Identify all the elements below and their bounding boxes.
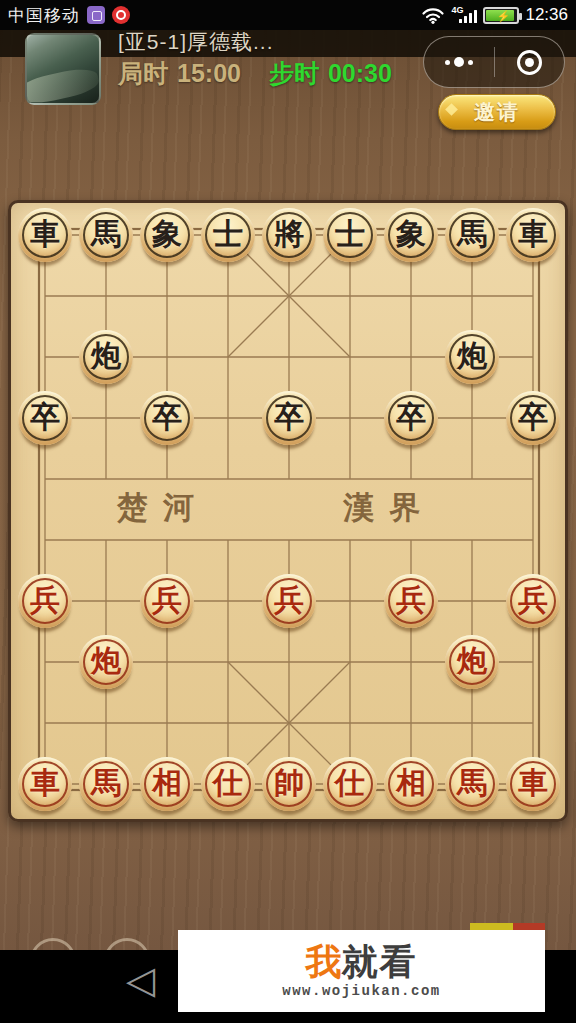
board-cell-r5c4[interactable] [259,510,320,571]
piece-black-soldier[interactable]: 卒 [140,391,194,445]
watermark-brand-rest: 就看 [342,944,418,980]
piece-glyph: 兵 [518,585,548,615]
board-cell-r6c7[interactable] [442,571,503,632]
board-cell-r4c6[interactable] [381,449,442,510]
board-cell-r6c8[interactable]: 兵 [503,571,564,632]
piece-glyph: 相 [152,768,182,798]
board-cell-r0c8[interactable]: 車 [503,205,564,266]
status-time: 12:36 [525,5,568,25]
board-cell-r9c7[interactable]: 馬 [442,754,503,815]
piece-black-soldier[interactable]: 卒 [384,391,438,445]
board-cell-r8c8[interactable] [503,693,564,754]
round-time-value: 15:00 [177,59,241,88]
seat-circle-right[interactable] [104,938,150,950]
board-cell-r5c5[interactable] [320,510,381,571]
board-cell-r5c2[interactable] [137,510,198,571]
board-cell-r0c4[interactable]: 將 [259,205,320,266]
board-cell-r0c3[interactable]: 士 [198,205,259,266]
piece-red-advisor[interactable]: 仕 [201,757,255,811]
piece-black-cannon[interactable]: 炮 [445,330,499,384]
board-cell-r7c5[interactable] [320,632,381,693]
exit-target-icon [517,50,542,75]
move-time-label: 步时 [269,57,319,90]
board-cell-r3c4[interactable]: 卒 [259,388,320,449]
piece-red-soldier[interactable]: 兵 [18,574,72,628]
piece-black-horse[interactable]: 馬 [79,208,133,262]
board-cell-r0c1[interactable]: 馬 [76,205,137,266]
board-cell-r9c5[interactable]: 仕 [320,754,381,815]
board-cell-r3c2[interactable]: 卒 [137,388,198,449]
piece-glyph: 仕 [213,768,243,798]
piece-glyph: 帥 [274,768,304,798]
watermark-brand: 我 就看 [306,944,418,980]
piece-red-soldier[interactable]: 兵 [262,574,316,628]
piece-glyph: 卒 [152,402,182,432]
piece-glyph: 車 [518,219,548,249]
board-cell-r9c6[interactable]: 相 [381,754,442,815]
invite-button[interactable]: 邀请 [438,94,556,130]
board-cell-r7c4[interactable] [259,632,320,693]
board-cell-r0c2[interactable]: 象 [137,205,198,266]
board-cell-r9c8[interactable]: 車 [503,754,564,815]
board-cell-r4c3[interactable] [198,449,259,510]
board-cell-r8c1[interactable] [76,693,137,754]
timers-row: 局时 15:00 步时 00:30 [118,57,392,90]
board-cell-r2c3[interactable] [198,327,259,388]
piece-black-cannon[interactable]: 炮 [79,330,133,384]
phone-screen: 中国移动 4G ⚡ 12:36 [亚5-1]厚德载... 局时 [0,0,576,1023]
piece-black-elephant[interactable]: 象 [140,208,194,262]
board-cell-r4c4[interactable] [259,449,320,510]
board-cell-r6c5[interactable] [320,571,381,632]
piece-glyph: 象 [396,219,426,249]
board-cell-r6c3[interactable] [198,571,259,632]
seat-circle-left[interactable] [30,938,76,950]
board-cell-r3c5[interactable] [320,388,381,449]
round-time-label: 局时 [118,57,168,90]
piece-red-elephant[interactable]: 相 [384,757,438,811]
board-cell-r2c2[interactable] [137,327,198,388]
piece-glyph: 炮 [91,341,121,371]
move-time-value: 00:30 [328,59,392,88]
piece-black-chariot[interactable]: 車 [18,208,72,262]
player-avatar[interactable] [25,33,101,105]
board-cell-r5c1[interactable] [76,510,137,571]
board-cell-r9c3[interactable]: 仕 [198,754,259,815]
board-cell-r1c4[interactable] [259,266,320,327]
board-cell-r4c0[interactable] [15,449,76,510]
piece-glyph: 馬 [457,219,487,249]
piece-glyph: 車 [518,768,548,798]
piece-glyph: 卒 [396,402,426,432]
wifi-icon [421,6,445,24]
board-cell-r1c0[interactable] [15,266,76,327]
board-cell-r4c7[interactable] [442,449,503,510]
board-cell-r1c2[interactable] [137,266,198,327]
piece-black-general[interactable]: 將 [262,208,316,262]
room-title-text: [亚5-1]厚德载... [118,30,274,53]
piece-black-advisor[interactable]: 士 [323,208,377,262]
board-cell-r5c3[interactable] [198,510,259,571]
piece-red-cannon[interactable]: 炮 [445,635,499,689]
board-cell-r4c1[interactable] [76,449,137,510]
board-cell-r2c8[interactable] [503,327,564,388]
board-cell-r8c7[interactable] [442,693,503,754]
signal-strength-icon: 4G [451,6,477,24]
board-cell-r1c3[interactable] [198,266,259,327]
board-cell-r8c3[interactable] [198,693,259,754]
notification-app-icon [87,6,105,24]
piece-glyph: 卒 [274,402,304,432]
board-cell-r9c2[interactable]: 相 [137,754,198,815]
piece-red-cannon[interactable]: 炮 [79,635,133,689]
board-cell-r5c6[interactable] [381,510,442,571]
piece-glyph: 卒 [518,402,548,432]
piece-glyph: 兵 [396,585,426,615]
piece-glyph: 車 [30,219,60,249]
board-cell-r4c8[interactable] [503,449,564,510]
recorder-app-icon [112,6,130,24]
piece-red-horse[interactable]: 馬 [445,757,499,811]
board-cell-r1c1[interactable] [76,266,137,327]
close-miniprogram-button[interactable] [495,37,565,87]
piece-glyph: 馬 [91,219,121,249]
board-cell-r2c4[interactable] [259,327,320,388]
board-cell-r3c3[interactable] [198,388,259,449]
miniprogram-capsule [423,36,565,88]
board-cell-r8c4[interactable] [259,693,320,754]
board-cell-r6c1[interactable] [76,571,137,632]
piece-black-chariot[interactable]: 車 [506,208,560,262]
piece-black-soldier[interactable]: 卒 [506,391,560,445]
board-cell-r5c8[interactable] [503,510,564,571]
board-cell-r9c1[interactable]: 馬 [76,754,137,815]
piece-glyph: 兵 [30,585,60,615]
board-cell-r2c7[interactable]: 炮 [442,327,503,388]
piece-red-advisor[interactable]: 仕 [323,757,377,811]
board-cell-r8c5[interactable] [320,693,381,754]
piece-glyph: 車 [30,768,60,798]
piece-red-elephant[interactable]: 相 [140,757,194,811]
board-cell-r8c0[interactable] [15,693,76,754]
piece-red-soldier[interactable]: 兵 [506,574,560,628]
board-cell-r3c6[interactable]: 卒 [381,388,442,449]
board-grid: 車馬象士將士象馬車炮炮卒卒卒卒卒兵兵兵兵兵炮炮車馬相仕帥仕相馬車 [15,205,564,815]
board-cell-r2c5[interactable] [320,327,381,388]
piece-red-horse[interactable]: 馬 [79,757,133,811]
piece-glyph: 兵 [152,585,182,615]
board-cell-r1c8[interactable] [503,266,564,327]
piece-glyph: 卒 [30,402,60,432]
watermark-brand-first: 我 [306,944,342,980]
board-cell-r0c6[interactable]: 象 [381,205,442,266]
piece-glyph: 將 [274,219,304,249]
board-cell-r7c6[interactable] [381,632,442,693]
board-cell-r3c7[interactable] [442,388,503,449]
board-cell-r7c8[interactable] [503,632,564,693]
board-cell-r9c4[interactable]: 帥 [259,754,320,815]
status-bar-right: 4G ⚡ 12:36 [421,5,568,25]
room-title: [亚5-1]厚德载... [118,30,418,57]
piece-black-soldier[interactable]: 卒 [262,391,316,445]
board-cell-r6c2[interactable]: 兵 [137,571,198,632]
piece-glyph: 馬 [457,768,487,798]
piece-glyph: 炮 [457,646,487,676]
board-cell-r7c2[interactable] [137,632,198,693]
board-cell-r0c0[interactable]: 車 [15,205,76,266]
board-cell-r0c5[interactable]: 士 [320,205,381,266]
board-cell-r9c0[interactable]: 車 [15,754,76,815]
piece-black-soldier[interactable]: 卒 [18,391,72,445]
piece-glyph: 炮 [457,341,487,371]
watermark-box: 我 就看 www.wojiukan.com [178,930,545,1012]
piece-glyph: 馬 [91,768,121,798]
piece-black-horse[interactable]: 馬 [445,208,499,262]
piece-glyph: 相 [396,768,426,798]
piece-red-chariot[interactable]: 車 [18,757,72,811]
board-cell-r4c2[interactable] [137,449,198,510]
more-options-button[interactable] [424,37,494,87]
board-cell-r6c4[interactable]: 兵 [259,571,320,632]
xiangqi-board: 楚河 漢界 車馬象士將士象馬車炮炮卒卒卒卒卒兵兵兵兵兵炮炮車馬相仕帥仕相馬車 [8,200,568,822]
board-cell-r8c6[interactable] [381,693,442,754]
board-cell-r7c3[interactable] [198,632,259,693]
board-cell-r6c6[interactable]: 兵 [381,571,442,632]
board-cell-r6c0[interactable]: 兵 [15,571,76,632]
watermark-url: www.wojiukan.com [282,983,440,999]
battery-icon: ⚡ [483,7,519,24]
board-cell-r1c6[interactable] [381,266,442,327]
piece-red-general[interactable]: 帥 [262,757,316,811]
piece-glyph: 士 [213,219,243,249]
board-cell-r2c1[interactable]: 炮 [76,327,137,388]
board-cell-r1c5[interactable] [320,266,381,327]
piece-glyph: 兵 [274,585,304,615]
piece-red-chariot[interactable]: 車 [506,757,560,811]
invite-button-label: 邀请 [474,98,520,126]
board-cell-r3c1[interactable] [76,388,137,449]
back-button[interactable]: ◁ [126,958,155,1002]
piece-red-soldier[interactable]: 兵 [140,574,194,628]
board-cell-r7c1[interactable]: 炮 [76,632,137,693]
board-cell-r2c0[interactable] [15,327,76,388]
status-bar: 中国移动 4G ⚡ 12:36 [0,0,576,30]
board-cell-r2c6[interactable] [381,327,442,388]
piece-black-elephant[interactable]: 象 [384,208,438,262]
board-cell-r0c7[interactable]: 馬 [442,205,503,266]
board-cell-r4c5[interactable] [320,449,381,510]
board-cell-r3c8[interactable]: 卒 [503,388,564,449]
piece-black-advisor[interactable]: 士 [201,208,255,262]
board-cell-r3c0[interactable]: 卒 [15,388,76,449]
piece-glyph: 炮 [91,646,121,676]
board-cell-r1c7[interactable] [442,266,503,327]
board-cell-r5c7[interactable] [442,510,503,571]
carrier-label: 中国移动 [8,4,80,27]
piece-red-soldier[interactable]: 兵 [384,574,438,628]
board-cell-r5c0[interactable] [15,510,76,571]
piece-glyph: 士 [335,219,365,249]
board-cell-r7c7[interactable]: 炮 [442,632,503,693]
board-cell-r7c0[interactable] [15,632,76,693]
board-cell-r8c2[interactable] [137,693,198,754]
piece-glyph: 仕 [335,768,365,798]
piece-glyph: 象 [152,219,182,249]
